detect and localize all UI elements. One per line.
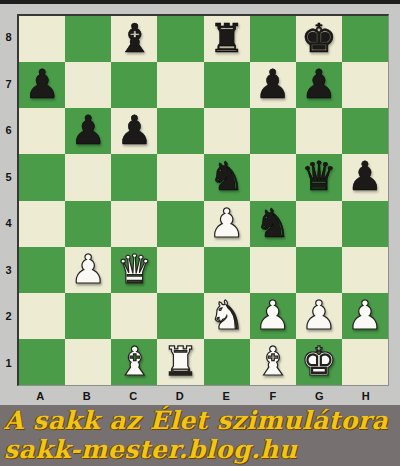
file-label-C: C bbox=[110, 386, 157, 405]
white-pawn-b3: ♟ bbox=[70, 249, 106, 289]
chess-diagram: 87654321 ♝♜♚♟♟♟♟♟♞♛♟♟♞♟♛♞♟♟♟♝♜♝♚ ABCDEFG… bbox=[0, 0, 400, 466]
chess-board: ♝♜♚♟♟♟♟♟♞♛♟♟♞♟♛♞♟♟♟♝♜♝♚ bbox=[17, 14, 389, 386]
square-g5[interactable]: ♛ bbox=[296, 154, 342, 200]
square-f2[interactable]: ♟ bbox=[250, 293, 296, 339]
square-e4[interactable]: ♟ bbox=[204, 201, 250, 247]
square-f3[interactable] bbox=[250, 247, 296, 293]
square-h3[interactable] bbox=[342, 247, 388, 293]
square-g6[interactable] bbox=[296, 108, 342, 154]
square-b1[interactable] bbox=[65, 339, 111, 385]
square-e5[interactable]: ♞ bbox=[204, 154, 250, 200]
square-a5[interactable] bbox=[19, 154, 65, 200]
black-knight-f4: ♞ bbox=[255, 203, 291, 243]
file-label-G: G bbox=[296, 386, 343, 405]
square-e3[interactable] bbox=[204, 247, 250, 293]
file-label-H: H bbox=[343, 386, 390, 405]
square-d4[interactable] bbox=[157, 201, 203, 247]
black-rook-e8: ♜ bbox=[209, 18, 245, 58]
square-c5[interactable] bbox=[111, 154, 157, 200]
black-pawn-h5: ♟ bbox=[347, 156, 383, 196]
square-b4[interactable] bbox=[65, 201, 111, 247]
square-f1[interactable]: ♝ bbox=[250, 339, 296, 385]
rank-label-7: 7 bbox=[0, 61, 17, 108]
square-h4[interactable] bbox=[342, 201, 388, 247]
top-border-bar bbox=[0, 0, 400, 4]
square-a1[interactable] bbox=[19, 339, 65, 385]
square-c6[interactable]: ♟ bbox=[111, 108, 157, 154]
square-h6[interactable] bbox=[342, 108, 388, 154]
black-pawn-b6: ♟ bbox=[70, 110, 106, 150]
square-h1[interactable] bbox=[342, 339, 388, 385]
square-e1[interactable] bbox=[204, 339, 250, 385]
black-pawn-a7: ♟ bbox=[24, 64, 60, 104]
square-h8[interactable] bbox=[342, 16, 388, 62]
rank-label-3: 3 bbox=[0, 247, 17, 294]
file-label-A: A bbox=[17, 386, 64, 405]
square-c2[interactable] bbox=[111, 293, 157, 339]
square-e7[interactable] bbox=[204, 62, 250, 108]
square-d1[interactable]: ♜ bbox=[157, 339, 203, 385]
square-g1[interactable]: ♚ bbox=[296, 339, 342, 385]
rank-label-5: 5 bbox=[0, 154, 17, 201]
square-a8[interactable] bbox=[19, 16, 65, 62]
white-queen-c3: ♛ bbox=[116, 249, 152, 289]
square-h7[interactable] bbox=[342, 62, 388, 108]
rank-label-1: 1 bbox=[0, 340, 17, 387]
white-knight-e2: ♞ bbox=[209, 295, 245, 335]
square-a4[interactable] bbox=[19, 201, 65, 247]
square-f4[interactable]: ♞ bbox=[250, 201, 296, 247]
footer-banner: A sakk az Élet szimulátora sakk-mester.b… bbox=[0, 405, 400, 466]
white-pawn-e4: ♟ bbox=[209, 203, 245, 243]
square-b2[interactable] bbox=[65, 293, 111, 339]
square-a7[interactable]: ♟ bbox=[19, 62, 65, 108]
square-a3[interactable] bbox=[19, 247, 65, 293]
square-e8[interactable]: ♜ bbox=[204, 16, 250, 62]
file-labels: ABCDEFGH bbox=[17, 386, 389, 405]
white-pawn-g2: ♟ bbox=[301, 295, 337, 335]
square-d7[interactable] bbox=[157, 62, 203, 108]
square-c4[interactable] bbox=[111, 201, 157, 247]
rank-label-8: 8 bbox=[0, 14, 17, 61]
white-bishop-f1: ♝ bbox=[255, 341, 291, 381]
file-label-D: D bbox=[157, 386, 204, 405]
white-bishop-c1: ♝ bbox=[116, 341, 152, 381]
black-pawn-f7: ♟ bbox=[255, 64, 291, 104]
black-king-g8: ♚ bbox=[301, 18, 337, 58]
square-b6[interactable]: ♟ bbox=[65, 108, 111, 154]
square-d3[interactable] bbox=[157, 247, 203, 293]
square-g2[interactable]: ♟ bbox=[296, 293, 342, 339]
square-f6[interactable] bbox=[250, 108, 296, 154]
square-d8[interactable] bbox=[157, 16, 203, 62]
square-g7[interactable]: ♟ bbox=[296, 62, 342, 108]
black-queen-g5: ♛ bbox=[301, 156, 337, 196]
file-label-E: E bbox=[203, 386, 250, 405]
square-c1[interactable]: ♝ bbox=[111, 339, 157, 385]
square-a6[interactable] bbox=[19, 108, 65, 154]
square-f8[interactable] bbox=[250, 16, 296, 62]
square-b7[interactable] bbox=[65, 62, 111, 108]
square-d5[interactable] bbox=[157, 154, 203, 200]
square-h2[interactable]: ♟ bbox=[342, 293, 388, 339]
square-f5[interactable] bbox=[250, 154, 296, 200]
file-label-B: B bbox=[64, 386, 111, 405]
square-g3[interactable] bbox=[296, 247, 342, 293]
banner-blog-url[interactable]: sakk-mester.blog.hu bbox=[4, 435, 400, 464]
white-pawn-h2: ♟ bbox=[347, 295, 383, 335]
square-c8[interactable]: ♝ bbox=[111, 16, 157, 62]
square-h5[interactable]: ♟ bbox=[342, 154, 388, 200]
square-e2[interactable]: ♞ bbox=[204, 293, 250, 339]
square-d2[interactable] bbox=[157, 293, 203, 339]
rank-label-2: 2 bbox=[0, 293, 17, 340]
black-knight-e5: ♞ bbox=[209, 156, 245, 196]
square-b8[interactable] bbox=[65, 16, 111, 62]
black-pawn-g7: ♟ bbox=[301, 64, 337, 104]
file-label-F: F bbox=[250, 386, 297, 405]
black-bishop-c8: ♝ bbox=[116, 18, 152, 58]
square-b3[interactable]: ♟ bbox=[65, 247, 111, 293]
black-pawn-c6: ♟ bbox=[116, 110, 152, 150]
rank-label-4: 4 bbox=[0, 200, 17, 247]
rank-label-6: 6 bbox=[0, 107, 17, 154]
square-g4[interactable] bbox=[296, 201, 342, 247]
square-e6[interactable] bbox=[204, 108, 250, 154]
square-g8[interactable]: ♚ bbox=[296, 16, 342, 62]
banner-slogan: A sakk az Élet szimulátora bbox=[4, 406, 400, 435]
square-c7[interactable] bbox=[111, 62, 157, 108]
white-rook-d1: ♜ bbox=[163, 341, 199, 381]
square-c3[interactable]: ♛ bbox=[111, 247, 157, 293]
square-b5[interactable] bbox=[65, 154, 111, 200]
white-pawn-f2: ♟ bbox=[255, 295, 291, 335]
square-a2[interactable] bbox=[19, 293, 65, 339]
rank-labels: 87654321 bbox=[0, 14, 17, 386]
square-f7[interactable]: ♟ bbox=[250, 62, 296, 108]
square-d6[interactable] bbox=[157, 108, 203, 154]
white-king-g1: ♚ bbox=[301, 341, 337, 381]
